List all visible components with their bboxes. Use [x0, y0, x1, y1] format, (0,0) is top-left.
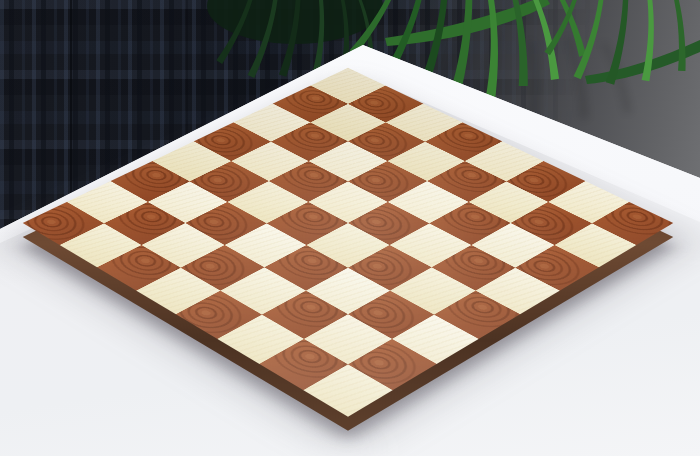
- scene: [0, 0, 700, 456]
